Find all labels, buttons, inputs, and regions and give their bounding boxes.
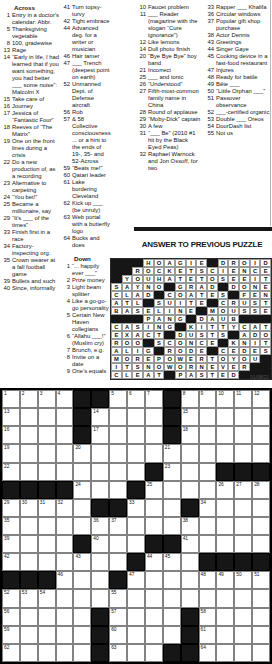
grid-cell-r5c10[interactable]: 23 [163, 463, 181, 481]
grid-cell-r5c5[interactable] [73, 463, 91, 481]
grid-cell-r5c2[interactable] [20, 463, 38, 481]
grid-cell-r8c7[interactable]: 37 [109, 517, 127, 535]
grid-cell-r14c5[interactable] [73, 626, 91, 644]
grid-cell-r14c1[interactable]: 59 [2, 626, 20, 644]
grid-cell-r8c2[interactable] [20, 517, 38, 535]
clue-number: 2 [63, 277, 72, 284]
clue-text: Cooking device in a fast-food restaurant [216, 53, 270, 67]
grid-cell-r2c4[interactable] [56, 408, 74, 426]
grid-cell-r15c7[interactable]: 63 [109, 644, 127, 662]
grid-cell-r4c4[interactable] [56, 444, 74, 462]
grid-cell-r10c6[interactable] [91, 553, 109, 571]
answer-black-cell [260, 355, 271, 363]
grid-cell-r1c7[interactable]: 5 [109, 390, 127, 408]
grid-cell-r13c7[interactable]: 57 [109, 608, 127, 626]
answer-letter-cell-r6c13: U [239, 299, 250, 307]
grid-cell-r1c12[interactable]: 9 [199, 390, 217, 408]
grid-cell-r11c9[interactable] [145, 571, 163, 589]
grid-cell-r12c3[interactable]: 54 [38, 589, 56, 607]
clue-text: Journey [12, 103, 60, 110]
grid-cell-r10c5[interactable]: 43 [73, 553, 91, 571]
answer-letter-cell-r4c5: O [154, 283, 165, 291]
answer-black-cell [132, 315, 143, 323]
grid-cell-r2c11[interactable]: 15 [181, 408, 199, 426]
answer-letter-cell-r6c12: R [228, 299, 239, 307]
grid-cell-r3c6[interactable]: 17 [91, 426, 109, 444]
clue-across-63: 63Web portal with a butterfly logo [63, 214, 110, 235]
grid-cell-r1c9[interactable]: 7 [145, 390, 163, 408]
cell-number: 38 [183, 518, 188, 523]
grid-cell-r14c2[interactable] [20, 626, 38, 644]
answer-black-cell [239, 315, 250, 323]
answer-letter-cell-r4c12: D [228, 283, 239, 291]
grid-cell-r7c14[interactable] [234, 499, 252, 517]
grid-cell-r15c14[interactable] [234, 644, 252, 662]
grid-cell-r15c4[interactable] [56, 644, 74, 662]
cell-number: 14 [93, 409, 98, 414]
grid-cell-r13c10[interactable] [163, 608, 181, 626]
answer-black-cell [196, 307, 207, 315]
answer-letter-cell-r4c9: A [196, 283, 207, 291]
clue-across-59: 59“Beats me!” [63, 165, 110, 172]
grid-cell-r9c15[interactable] [252, 535, 270, 553]
grid-cell-r12c8[interactable] [127, 589, 145, 607]
grid-cell-r2c12[interactable] [199, 408, 217, 426]
grid-cell-r3c4[interactable] [56, 426, 74, 444]
grid-cell-r11c8[interactable]: 47 [127, 571, 145, 589]
grid-cell-r3c1[interactable]: 16 [2, 426, 20, 444]
grid-cell-r4c13[interactable] [216, 444, 234, 462]
answer-letter-cell-r9c11: T [218, 323, 229, 331]
grid-cell-r12c15[interactable] [252, 589, 270, 607]
grid-cell-r7c12[interactable]: 34 [199, 499, 217, 517]
answer-letter-cell-r2c10: C [207, 267, 218, 275]
answer-letter-cell-r1c11: D [218, 259, 229, 267]
clue-text: ___ Trench (deepest point on earth) [72, 60, 110, 81]
grid-cell-r11c10[interactable] [163, 571, 181, 589]
clue-column-2: 41Turn topsy-turvy42Tight embrace44Advan… [63, 4, 110, 375]
grid-cell-r4c12[interactable] [199, 444, 217, 462]
answer-letter-cell-r2c7: E [175, 267, 186, 275]
answer-letter-cell-r4c1: S [111, 283, 122, 291]
clue-text: A few [148, 123, 202, 130]
grid-cell-r6c10[interactable] [163, 481, 181, 499]
clue-down-27: 27Fifth-most-common family name in China [139, 88, 202, 109]
answer-letter-cell-r6c9: E [196, 299, 207, 307]
grid-cell-r1c8[interactable]: 6 [127, 390, 145, 408]
clue-number: 22 [3, 159, 12, 166]
clue-down-6: 6“Allahu ___!” (Muslim cry) [63, 333, 110, 347]
grid-cell-r13c1[interactable]: 56 [2, 608, 20, 626]
grid-cell-r15c12[interactable]: 64 [199, 644, 217, 662]
clue-number: 30 [139, 123, 148, 130]
grid-cell-r14c12[interactable]: 61 [199, 626, 217, 644]
clue-across-29: 29“It's ___ of the times” [3, 215, 60, 229]
answer-letter-cell-r1c7: G [175, 259, 186, 267]
grid-cell-r6c6[interactable] [91, 481, 109, 499]
clue-text: Incorrect [148, 67, 202, 74]
grid-cell-r1c4[interactable]: 4 [56, 390, 74, 408]
grid-cell-r14c8[interactable] [127, 626, 145, 644]
clue-text: Bête ___ [216, 81, 270, 88]
answer-letter-cell-r2c9: S [196, 267, 207, 275]
grid-cell-r12c7[interactable]: 55 [109, 589, 127, 607]
cell-number: 2 [22, 391, 25, 396]
answer-black-cell [250, 363, 261, 371]
clue-text: Circular windows [216, 11, 270, 18]
grid-cell-r5c3[interactable] [38, 463, 56, 481]
answer-letter-cell-r8c5: A [154, 315, 165, 323]
grid-cell-r15c13[interactable] [216, 644, 234, 662]
grid-cell-r9c6[interactable]: 40 [91, 535, 109, 553]
clue-down-49: 49Bête ___ [207, 81, 270, 88]
grid-cell-r9c12[interactable] [199, 535, 217, 553]
answer-letter-cell-r6c2: T [122, 299, 133, 307]
grid-cell-r4c11[interactable] [181, 444, 199, 462]
clue-down-37: 37Popular gift shop purchase [207, 18, 270, 32]
grid-cell-r2c9[interactable] [145, 408, 163, 426]
grid-cell-r2c14[interactable] [234, 408, 252, 426]
grid-cell-r5c8[interactable] [127, 463, 145, 481]
answer-letter-cell-r1c6: A [164, 259, 175, 267]
grid-cell-r12c5[interactable] [73, 589, 91, 607]
grid-cell-r4c7[interactable] [109, 444, 127, 462]
grid-cell-r11c12[interactable]: 48 [199, 571, 217, 589]
grid-cell-r11c6[interactable] [91, 571, 109, 589]
grid-cell-r5c6[interactable] [91, 463, 109, 481]
grid-black-cell [252, 553, 270, 571]
grid-cell-r7c10[interactable] [163, 499, 181, 517]
grid-cell-r3c13[interactable] [216, 426, 234, 444]
grid-cell-r1c11[interactable]: 8 [181, 390, 199, 408]
grid-cell-r6c7[interactable] [109, 481, 127, 499]
clue-number: 34 [3, 243, 12, 250]
grid-cell-r13c13[interactable] [216, 608, 234, 626]
grid-cell-r12c2[interactable]: 53 [20, 589, 38, 607]
grid-cell-r4c3[interactable] [38, 444, 56, 462]
grid-cell-r7c15[interactable] [252, 499, 270, 517]
grid-cell-r8c10[interactable] [163, 517, 181, 535]
answer-letter-cell-r2c14: C [250, 267, 261, 275]
grid-cell-r2c3[interactable] [38, 408, 56, 426]
grid-cell-r2c8[interactable] [127, 408, 145, 426]
answer-letter-cell-r14c3: S [132, 363, 143, 371]
grid-cell-r5c4[interactable] [56, 463, 74, 481]
grid-cell-r9c4[interactable] [56, 535, 74, 553]
answer-letter-cell-r11c13: N [239, 339, 250, 347]
grid-cell-r2c13[interactable] [216, 408, 234, 426]
clue-text: Rob [72, 109, 110, 116]
answer-letter-cell-r7c8: E [186, 307, 197, 315]
grid-cell-r8c8[interactable] [127, 517, 145, 535]
clue-across-18: 18Reeves of “The Matrix” [3, 124, 60, 138]
clue-down-7: 7Brunch, e.g. [63, 347, 110, 354]
grid-cell-r4c5[interactable]: 20 [73, 444, 91, 462]
grid-cell-r1c3[interactable]: 3 [38, 390, 56, 408]
grid-cell-r15c3[interactable] [38, 644, 56, 662]
grid-cell-r11c14[interactable]: 50 [234, 571, 252, 589]
clue-text: Do a new production of, as a recording [12, 159, 60, 180]
clue-text: Web portal with a butterfly logo [72, 214, 110, 235]
grid-cell-r13c3[interactable] [38, 608, 56, 626]
grid-cell-r15c8[interactable] [127, 644, 145, 662]
grid-cell-r5c11[interactable] [181, 463, 199, 481]
clue-down-11: 11___ Reader (magazine with the slogan “… [139, 11, 202, 39]
grid-cell-r9c14[interactable] [234, 535, 252, 553]
clue-number: 51 [207, 95, 216, 102]
grid-cell-r7c5[interactable] [73, 499, 91, 517]
grid-cell-r4c2[interactable] [20, 444, 38, 462]
grid-cell-r4c9[interactable] [145, 444, 163, 462]
grid-cell-r10c7[interactable] [109, 553, 127, 571]
grid-cell-r13c4[interactable] [56, 608, 74, 626]
grid-cell-r1c2[interactable]: 2 [20, 390, 38, 408]
answer-letter-cell-r5c14: E [250, 291, 261, 299]
grid-cell-r4c15[interactable] [252, 444, 270, 462]
grid-cell-r8c13[interactable] [216, 517, 234, 535]
grid-cell-r12c13[interactable] [216, 589, 234, 607]
grid-cell-r14c4[interactable] [56, 626, 74, 644]
grid-cell-r13c5[interactable] [73, 608, 91, 626]
grid-cell-r8c6[interactable]: 36 [91, 517, 109, 535]
grid-cell-r6c12[interactable] [199, 481, 217, 499]
grid-cell-r13c9[interactable] [145, 608, 163, 626]
grid-cell-r8c14[interactable] [234, 517, 252, 535]
clue-across-5: 5Thanksgiving vegetable [3, 26, 60, 40]
grid-cell-r2c7[interactable] [109, 408, 127, 426]
grid-cell-r3c9[interactable] [145, 426, 163, 444]
clue-text: Advanced deg. for a writer or musician [72, 25, 110, 53]
answer-letter-cell-r6c11: C [218, 299, 229, 307]
grid-cell-r6c15[interactable]: 28 [252, 481, 270, 499]
grid-cell-r1c14[interactable]: 11 [234, 390, 252, 408]
grid-cell-r10c3[interactable] [38, 553, 56, 571]
grid-cell-r14c10[interactable] [163, 626, 181, 644]
grid-cell-r11c5[interactable] [73, 571, 91, 589]
grid-cell-r14c9[interactable] [145, 626, 163, 644]
grid-cell-r8c11[interactable]: 38 [181, 517, 199, 535]
grid-cell-r10c2[interactable] [20, 553, 38, 571]
grid-cell-r5c12[interactable] [199, 463, 217, 481]
grid-cell-r10c10[interactable]: 45 [163, 553, 181, 571]
clue-number: 45 [207, 53, 216, 60]
grid-black-cell [109, 499, 127, 517]
grid-cell-r8c3[interactable] [38, 517, 56, 535]
grid-cell-r1c15[interactable]: 12 [252, 390, 270, 408]
grid-cell-r3c15[interactable] [252, 426, 270, 444]
clue-down-36: 36Circular windows [207, 11, 270, 18]
grid-cell-r9c8[interactable] [127, 535, 145, 553]
grid-cell-r2c6[interactable]: 14 [91, 408, 109, 426]
cell-number: 44 [147, 554, 152, 559]
column-rule [270, 0, 271, 226]
clue-across-22: 22Do a new production of, as a recording [3, 159, 60, 180]
grid-cell-r10c11[interactable] [181, 553, 199, 571]
grid-cell-r15c5[interactable] [73, 644, 91, 662]
answer-to-previous-puzzle-title: ANSWER TO PREVIOUS PUZZLE [132, 240, 272, 249]
grid-cell-r8c1[interactable]: 35 [2, 517, 20, 535]
answer-letter-cell-r9c10: T [207, 323, 218, 331]
grid-cell-r12c1[interactable]: 52 [2, 589, 20, 607]
answer-letter-cell-r6c3: L [132, 299, 143, 307]
answer-letter-cell-r15c4: A [143, 371, 154, 379]
grid-cell-r3c12[interactable] [199, 426, 217, 444]
answer-letter-cell-r13c14: U [250, 355, 261, 363]
clue-section: Across1Entry in a doctor's calendar: Abb… [3, 4, 60, 292]
grid-cell-r3c11[interactable]: 18 [181, 426, 199, 444]
grid-cell-r9c3[interactable] [38, 535, 56, 553]
grid-cell-r8c12[interactable] [199, 517, 217, 535]
grid-cell-r8c15[interactable] [252, 517, 270, 535]
clue-across-1: 1Entry in a doctor's calendar: Abbr. [3, 12, 60, 26]
grid-cell-r10c9[interactable]: 44 [145, 553, 163, 571]
answer-letter-cell-r15c9: S [196, 371, 207, 379]
grid-cell-r12c11[interactable] [181, 589, 199, 607]
clue-number: 29 [139, 116, 148, 123]
grid-cell-r12c4[interactable] [56, 589, 74, 607]
grid-cell-r8c5[interactable] [73, 517, 91, 535]
clue-number: 6 [63, 333, 72, 340]
grid-cell-r12c9[interactable] [145, 589, 163, 607]
grid-cell-r3c3[interactable] [38, 426, 56, 444]
grid-cell-r7c9[interactable] [145, 499, 163, 517]
grid-cell-r11c13[interactable]: 49 [216, 571, 234, 589]
answer-letter-cell-r4c7: G [175, 283, 186, 291]
answer-black-cell [122, 267, 133, 275]
answer-letter-cell-r1c4: H [143, 259, 154, 267]
grid-cell-r9c7[interactable] [109, 535, 127, 553]
grid-cell-r9c2[interactable] [20, 535, 38, 553]
grid-cell-r9c11[interactable]: 41 [181, 535, 199, 553]
cell-number: 52 [4, 590, 9, 595]
grid-cell-r2c15[interactable] [252, 408, 270, 426]
grid-cell-r15c15[interactable] [252, 644, 270, 662]
grid-cell-r4c1[interactable]: 19 [2, 444, 20, 462]
clue-text: Greetings [216, 39, 270, 46]
clue-text: “Moby-Dick” captain [148, 116, 202, 123]
grid-black-cell [73, 426, 91, 444]
grid-cell-r13c14[interactable] [234, 608, 252, 626]
grid-cell-r9c13[interactable] [216, 535, 234, 553]
grid-cell-r6c5[interactable]: 24 [73, 481, 91, 499]
grid-cell-r12c12[interactable] [199, 589, 217, 607]
grid-cell-r6c11[interactable] [181, 481, 199, 499]
grid-cell-r15c9[interactable] [145, 644, 163, 662]
clue-across-34: 34Factory-inspecting org. [3, 243, 60, 257]
clue-down-8: 8Invite on a date [63, 354, 110, 368]
grid-cell-r13c15[interactable] [252, 608, 270, 626]
grid-cell-r12c10[interactable] [163, 589, 181, 607]
grid-cell-r7c2[interactable]: 30 [20, 499, 38, 517]
grid-cell-r6c13[interactable]: 26 [216, 481, 234, 499]
grid-cell-r2c2[interactable] [20, 408, 38, 426]
grid-cell-r3c7[interactable] [109, 426, 127, 444]
grid-cell-r8c9[interactable] [145, 517, 163, 535]
grid-cell-r9c1[interactable]: 39 [2, 535, 20, 553]
clue-number: 14 [3, 54, 12, 61]
grid-black-cell [145, 535, 163, 553]
grid-cell-r8c4[interactable] [56, 517, 74, 535]
cell-number: 28 [254, 482, 259, 487]
answer-letter-cell-r2c8: T [186, 267, 197, 275]
answer-black-cell [122, 315, 133, 323]
answer-letter-cell-r15c1: C [111, 371, 122, 379]
grid-cell-r3c14[interactable] [234, 426, 252, 444]
grid-cell-r13c2[interactable] [20, 608, 38, 626]
cell-number: 64 [201, 645, 206, 650]
answer-letter-cell-r4c15: E [260, 283, 271, 291]
grid-cell-r7c3[interactable]: 31 [38, 499, 56, 517]
grid-cell-r13c8[interactable] [127, 608, 145, 626]
answer-black-cell [228, 291, 239, 299]
grid-cell-r10c1[interactable]: 42 [2, 553, 20, 571]
clue-across-52: 52Unmanned Dept. of Defense aircraft [63, 81, 110, 109]
clue-text: Singer Gaye [216, 46, 270, 53]
grid-cell-r15c2[interactable] [20, 644, 38, 662]
clue-number: 23 [3, 180, 12, 187]
grid-cell-r3c8[interactable] [127, 426, 145, 444]
grid-cell-r12c6[interactable] [91, 589, 109, 607]
clue-down-28: 28Round of applause [139, 109, 202, 116]
grid-cell-r4c8[interactable] [127, 444, 145, 462]
grid-cell-r13c12[interactable]: 58 [199, 608, 217, 626]
grid-cell-r14c15[interactable] [252, 626, 270, 644]
grid-cell-r5c7[interactable] [109, 463, 127, 481]
answer-letter-cell-r5c7: O [175, 291, 186, 299]
grid-cell-r1c13[interactable]: 10 [216, 390, 234, 408]
grid-cell-r15c1[interactable]: 62 [2, 644, 20, 662]
grid-black-cell [181, 644, 199, 662]
grid-cell-r4c10[interactable]: 21 [163, 444, 181, 462]
clue-text: Rage [12, 47, 60, 54]
grid-cell-r11c4[interactable]: 46 [56, 571, 74, 589]
cell-number: 9 [201, 391, 204, 396]
grid-cell-r10c4[interactable] [56, 553, 74, 571]
grid-cell-r11c15[interactable]: 51 [252, 571, 270, 589]
grid-cell-r4c6[interactable] [91, 444, 109, 462]
answer-letter-cell-r2c5: C [154, 267, 165, 275]
clue-across-42: 42Tight embrace [63, 18, 110, 25]
clue-number: 59 [63, 165, 72, 172]
grid-cell-r7c4[interactable]: 32 [56, 499, 74, 517]
grid-cell-r6c14[interactable]: 27 [234, 481, 252, 499]
grid-cell-r4c14[interactable] [234, 444, 252, 462]
answer-letter-cell-r12c1: A [111, 347, 122, 355]
answer-letter-cell-r11c8: N [186, 339, 197, 347]
grid-cell-r12c14[interactable] [234, 589, 252, 607]
answer-letter-cell-r3c3: O [132, 275, 143, 283]
grid-cell-r14c14[interactable] [234, 626, 252, 644]
grid-cell-r5c1[interactable]: 22 [2, 463, 20, 481]
answer-letter-cell-r13c7: W [175, 355, 186, 363]
grid-cell-r7c1[interactable]: 29 [2, 499, 20, 517]
clue-number: 12 [139, 39, 148, 46]
grid-cell-r7c8[interactable]: 33 [127, 499, 145, 517]
grid-black-cell [163, 426, 181, 444]
grid-cell-r3c2[interactable] [20, 426, 38, 444]
answer-letter-cell-r9c14: A [250, 323, 261, 331]
grid-cell-r7c13[interactable] [216, 499, 234, 517]
clue-across-57: 57& 58 Collective consciousness ... or a… [63, 116, 110, 165]
grid-cell-r1c1[interactable]: 1 [2, 390, 20, 408]
answer-letter-cell-r7c13: S [239, 307, 250, 315]
grid-cell-r14c7[interactable]: 60 [109, 626, 127, 644]
grid-cell-r11c11[interactable] [181, 571, 199, 589]
grid-cell-r2c1[interactable]: 13 [2, 408, 20, 426]
grid-cell-r14c3[interactable] [38, 626, 56, 644]
grid-cell-r14c13[interactable] [216, 626, 234, 644]
grid-cell-r6c9[interactable]: 25 [145, 481, 163, 499]
